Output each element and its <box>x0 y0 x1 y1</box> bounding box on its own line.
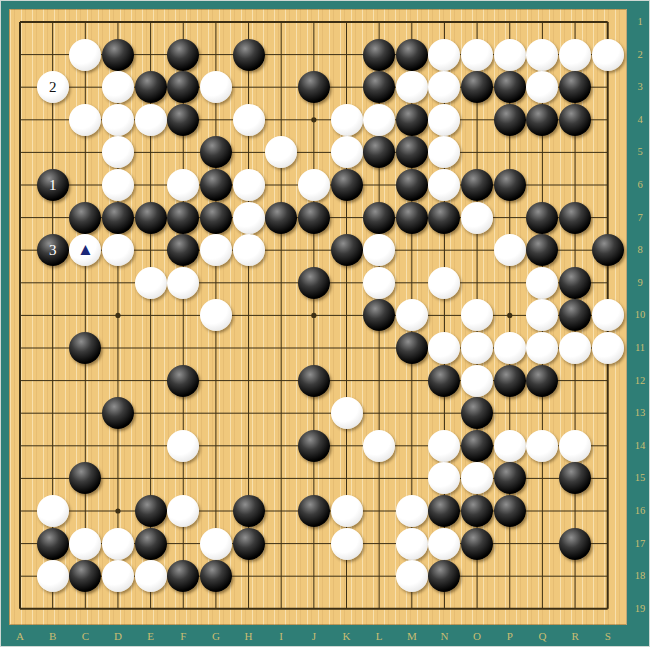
stone-white[interactable] <box>461 39 493 71</box>
stone-white[interactable] <box>69 528 101 560</box>
stone-black[interactable] <box>298 267 330 299</box>
stone-white[interactable] <box>363 267 395 299</box>
stone-black[interactable] <box>363 39 395 71</box>
stone-black[interactable] <box>461 528 493 560</box>
stone-white[interactable] <box>331 528 363 560</box>
column-label: M <box>402 630 422 642</box>
stone-black[interactable] <box>526 104 558 136</box>
column-label: R <box>565 630 585 642</box>
stone-white[interactable] <box>102 560 134 592</box>
board-frame: 213▲ ABCDEFGHIJKLMNOPQRS1234567891011121… <box>0 0 650 647</box>
stone-black[interactable] <box>494 365 526 397</box>
stone-black[interactable] <box>233 495 265 527</box>
column-label: H <box>239 630 259 642</box>
stone-white[interactable] <box>461 202 493 234</box>
stone-white[interactable] <box>559 332 591 364</box>
stone-white[interactable] <box>428 528 460 560</box>
stone-white[interactable] <box>331 136 363 168</box>
column-label: G <box>206 630 226 642</box>
stone-black[interactable] <box>396 332 428 364</box>
stone-white[interactable] <box>559 430 591 462</box>
stone-white[interactable] <box>526 267 558 299</box>
row-label: 5 <box>630 146 650 158</box>
stone-black[interactable] <box>200 202 232 234</box>
row-label: 11 <box>630 342 650 354</box>
star-point <box>115 508 120 513</box>
stone-black[interactable] <box>167 104 199 136</box>
stone-white[interactable] <box>200 528 232 560</box>
stone-white[interactable] <box>233 169 265 201</box>
stone-white[interactable] <box>592 332 624 364</box>
stone-black[interactable] <box>298 430 330 462</box>
stone-white[interactable] <box>363 104 395 136</box>
stone-white[interactable] <box>461 365 493 397</box>
stone-white[interactable] <box>396 495 428 527</box>
stone-white[interactable] <box>428 39 460 71</box>
row-label: 1 <box>630 16 650 28</box>
stone-white[interactable] <box>135 267 167 299</box>
stone-black[interactable] <box>396 104 428 136</box>
stone-white[interactable] <box>102 169 134 201</box>
stone-black[interactable] <box>298 365 330 397</box>
stone-white[interactable] <box>396 528 428 560</box>
stone-black[interactable] <box>233 39 265 71</box>
stone-black[interactable] <box>331 234 363 266</box>
stone-white[interactable] <box>331 397 363 429</box>
stone-black[interactable] <box>559 104 591 136</box>
stone-black[interactable] <box>494 169 526 201</box>
row-label: 19 <box>630 603 650 615</box>
row-label: 16 <box>630 505 650 517</box>
column-label: L <box>369 630 389 642</box>
stone-white[interactable] <box>494 332 526 364</box>
stone-black[interactable] <box>494 495 526 527</box>
stone-black[interactable] <box>200 560 232 592</box>
stone-white[interactable] <box>167 430 199 462</box>
row-label: 6 <box>630 179 650 191</box>
row-label: 15 <box>630 472 650 484</box>
stone-black[interactable] <box>396 39 428 71</box>
stone-black[interactable] <box>69 202 101 234</box>
row-label: 13 <box>630 407 650 419</box>
stone-black-numbered[interactable]: 1 <box>37 169 69 201</box>
column-label: A <box>10 630 30 642</box>
row-label: 10 <box>630 309 650 321</box>
stone-black[interactable] <box>526 365 558 397</box>
stone-white[interactable] <box>102 71 134 103</box>
row-label: 8 <box>630 244 650 256</box>
stone-white[interactable] <box>37 560 69 592</box>
column-label: B <box>43 630 63 642</box>
star-point <box>507 313 512 318</box>
stone-black[interactable] <box>559 267 591 299</box>
stone-black[interactable] <box>102 202 134 234</box>
row-label: 3 <box>630 81 650 93</box>
stone-black[interactable] <box>200 169 232 201</box>
stone-white[interactable] <box>331 495 363 527</box>
stone-white[interactable] <box>428 104 460 136</box>
stone-white[interactable] <box>135 104 167 136</box>
star-point <box>311 117 316 122</box>
column-label: I <box>271 630 291 642</box>
stone-black[interactable] <box>233 528 265 560</box>
stone-black[interactable] <box>396 136 428 168</box>
stone-black[interactable] <box>102 397 134 429</box>
stone-white[interactable] <box>363 430 395 462</box>
stone-black[interactable] <box>363 202 395 234</box>
stone-white[interactable] <box>559 39 591 71</box>
stone-black[interactable] <box>135 495 167 527</box>
stone-black[interactable] <box>298 202 330 234</box>
row-label: 7 <box>630 212 650 224</box>
stone-white[interactable] <box>200 234 232 266</box>
stone-black[interactable] <box>494 462 526 494</box>
stone-white[interactable] <box>396 560 428 592</box>
stone-white[interactable] <box>233 104 265 136</box>
stone-black[interactable] <box>396 169 428 201</box>
stone-black[interactable] <box>167 202 199 234</box>
stone-white[interactable] <box>494 234 526 266</box>
stone-white[interactable] <box>200 71 232 103</box>
row-label: 4 <box>630 114 650 126</box>
stone-white-numbered[interactable]: 2 <box>37 71 69 103</box>
stone-white[interactable] <box>494 39 526 71</box>
stone-white[interactable] <box>461 332 493 364</box>
stone-white[interactable] <box>526 39 558 71</box>
stone-black[interactable] <box>559 71 591 103</box>
stone-black[interactable] <box>428 365 460 397</box>
stone-white[interactable] <box>592 39 624 71</box>
stone-black-numbered[interactable]: 3 <box>37 234 69 266</box>
stone-white[interactable] <box>37 495 69 527</box>
column-label: K <box>337 630 357 642</box>
stone-black[interactable] <box>37 528 69 560</box>
column-label: O <box>467 630 487 642</box>
column-label: E <box>141 630 161 642</box>
column-label: D <box>108 630 128 642</box>
column-label: Q <box>532 630 552 642</box>
row-label: 18 <box>630 570 650 582</box>
stone-black[interactable] <box>559 202 591 234</box>
stone-black[interactable] <box>298 495 330 527</box>
stone-black[interactable] <box>167 365 199 397</box>
stone-white[interactable] <box>428 430 460 462</box>
row-label: 14 <box>630 440 650 452</box>
column-label: S <box>598 630 618 642</box>
stone-black[interactable] <box>494 104 526 136</box>
column-label: F <box>173 630 193 642</box>
stone-white[interactable] <box>102 528 134 560</box>
stone-black[interactable] <box>135 202 167 234</box>
stone-white[interactable] <box>167 169 199 201</box>
stone-white[interactable] <box>69 39 101 71</box>
stone-white[interactable] <box>298 169 330 201</box>
stone-black[interactable] <box>428 202 460 234</box>
stone-white[interactable] <box>428 267 460 299</box>
stone-white[interactable] <box>233 234 265 266</box>
stone-black[interactable] <box>494 71 526 103</box>
star-point <box>311 313 316 318</box>
stone-white[interactable] <box>592 299 624 331</box>
stone-black[interactable] <box>135 71 167 103</box>
stone-white[interactable] <box>167 495 199 527</box>
stone-black[interactable] <box>167 39 199 71</box>
stone-white[interactable] <box>331 104 363 136</box>
row-label: 9 <box>630 277 650 289</box>
column-label: J <box>304 630 324 642</box>
stone-black[interactable] <box>265 202 297 234</box>
row-label: 17 <box>630 538 650 550</box>
stone-black[interactable] <box>102 39 134 71</box>
stone-white[interactable] <box>233 202 265 234</box>
stone-white[interactable] <box>167 267 199 299</box>
stone-black[interactable] <box>461 430 493 462</box>
stone-black[interactable] <box>559 528 591 560</box>
stone-white[interactable] <box>102 234 134 266</box>
stone-black[interactable] <box>396 202 428 234</box>
row-label: 12 <box>630 375 650 387</box>
stone-white[interactable] <box>396 299 428 331</box>
star-point <box>115 313 120 318</box>
row-label: 2 <box>630 49 650 61</box>
column-label: C <box>75 630 95 642</box>
stone-white[interactable] <box>494 430 526 462</box>
stone-black[interactable] <box>135 528 167 560</box>
column-label: N <box>434 630 454 642</box>
stone-white[interactable] <box>135 560 167 592</box>
stone-black[interactable] <box>592 234 624 266</box>
stone-white[interactable] <box>526 430 558 462</box>
stone-white[interactable] <box>396 71 428 103</box>
stone-white[interactable] <box>69 104 101 136</box>
stone-black[interactable] <box>461 495 493 527</box>
stone-black[interactable] <box>331 169 363 201</box>
stone-black[interactable] <box>461 169 493 201</box>
stone-black[interactable] <box>298 71 330 103</box>
stone-black[interactable] <box>526 202 558 234</box>
stone-white[interactable] <box>102 104 134 136</box>
column-label: P <box>500 630 520 642</box>
